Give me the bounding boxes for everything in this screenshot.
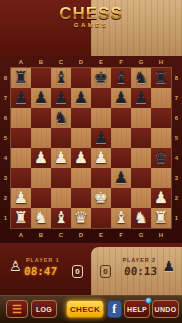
black-knight-piece[interactable]: ♞ <box>51 108 71 128</box>
square-d6[interactable] <box>71 108 91 128</box>
square-a2[interactable]: ♟ <box>11 188 31 208</box>
square-f5[interactable] <box>111 128 131 148</box>
square-c8[interactable]: ♝ <box>51 68 71 88</box>
square-a5[interactable] <box>11 128 31 148</box>
black-pawn-piece[interactable]: ♟ <box>131 88 151 108</box>
square-a8[interactable]: ♜ <box>11 68 31 88</box>
rank-labels-left: 87654321 <box>0 68 11 228</box>
square-f2[interactable] <box>111 188 131 208</box>
white-rook-piece[interactable]: ♜ <box>151 208 171 228</box>
bottom-toolbar: ☰ LOG CHECK f HELP UNDO <box>0 295 182 323</box>
players-panel: ♙ PLAYER 1 08:47 0 0 PLAYER 2 00:13 ♟ <box>0 243 182 295</box>
square-g8[interactable]: ♞ <box>131 68 151 88</box>
file-label-h: H <box>151 57 171 67</box>
rank-label-5: 5 <box>171 128 182 148</box>
rank-label-7: 7 <box>171 88 182 108</box>
square-b4[interactable]: ♟ <box>31 148 51 168</box>
white-pawn-piece[interactable]: ♟ <box>91 148 111 168</box>
undo-button[interactable]: UNDO <box>152 300 179 318</box>
square-e6[interactable] <box>91 108 111 128</box>
square-h5[interactable] <box>151 128 171 148</box>
menu-list-icon[interactable]: ☰ <box>6 300 28 318</box>
white-pawn-piece[interactable]: ♟ <box>151 188 171 208</box>
facebook-icon[interactable]: f <box>107 300 122 318</box>
file-label-f: F <box>111 57 131 67</box>
square-a6[interactable] <box>11 108 31 128</box>
app-logo: CHESS GAMES <box>0 4 182 28</box>
chess-board: ♜♝♚♝♞♜♟♟♟♟♟♟♞♟♟♟♟♟♛♟♟♚♟♜♞♝♛♝♞♜ <box>11 68 171 228</box>
player1-label: PLAYER 1 <box>26 257 60 263</box>
square-c5[interactable] <box>51 128 71 148</box>
app-header: CHESS GAMES <box>0 0 182 56</box>
file-label-d: D <box>71 57 91 67</box>
file-label-e: E <box>91 230 111 240</box>
black-rook-piece[interactable]: ♜ <box>151 68 171 88</box>
square-g4[interactable] <box>131 148 151 168</box>
black-bishop-piece[interactable]: ♝ <box>111 68 131 88</box>
rank-label-1: 1 <box>171 208 182 228</box>
log-button[interactable]: LOG <box>31 300 57 318</box>
square-a1[interactable]: ♜ <box>11 208 31 228</box>
rank-label-6: 6 <box>171 108 182 128</box>
black-knight-piece[interactable]: ♞ <box>131 68 151 88</box>
square-f3[interactable]: ♟ <box>111 168 131 188</box>
white-rook-piece[interactable]: ♜ <box>11 208 31 228</box>
square-b2[interactable] <box>31 188 51 208</box>
app-window: CHESS GAMES ABCDEFGH ABCDEFGH 87654321 8… <box>0 0 182 323</box>
square-e8[interactable]: ♚ <box>91 68 111 88</box>
rank-labels-right: 87654321 <box>171 68 182 228</box>
black-pawn-piece[interactable]: ♟ <box>51 88 71 108</box>
square-c2[interactable] <box>51 188 71 208</box>
white-king-piece[interactable]: ♚ <box>91 188 111 208</box>
square-c6[interactable]: ♞ <box>51 108 71 128</box>
square-g1[interactable]: ♞ <box>131 208 151 228</box>
player2-captured-counter: 0 <box>100 265 111 278</box>
square-b8[interactable] <box>31 68 51 88</box>
file-label-g: G <box>131 230 151 240</box>
square-h8[interactable]: ♜ <box>151 68 171 88</box>
square-b7[interactable]: ♟ <box>31 88 51 108</box>
square-a4[interactable] <box>11 148 31 168</box>
square-h1[interactable]: ♜ <box>151 208 171 228</box>
white-bishop-piece[interactable]: ♝ <box>111 208 131 228</box>
square-e3[interactable] <box>91 168 111 188</box>
square-h2[interactable]: ♟ <box>151 188 171 208</box>
rank-label-2: 2 <box>0 188 11 208</box>
square-e1[interactable] <box>91 208 111 228</box>
rank-label-7: 7 <box>0 88 11 108</box>
player2-clock: 00:13 <box>123 265 157 278</box>
white-knight-piece[interactable]: ♞ <box>31 208 51 228</box>
square-d2[interactable] <box>71 188 91 208</box>
square-h3[interactable] <box>151 168 171 188</box>
white-pawn-piece[interactable]: ♟ <box>71 148 91 168</box>
white-pawn-piece[interactable]: ♟ <box>31 148 51 168</box>
square-f1[interactable]: ♝ <box>111 208 131 228</box>
file-label-a: A <box>11 230 31 240</box>
rank-label-3: 3 <box>0 168 11 188</box>
square-f6[interactable] <box>111 108 131 128</box>
file-label-g: G <box>131 57 151 67</box>
square-c3[interactable] <box>51 168 71 188</box>
square-f7[interactable]: ♟ <box>111 88 131 108</box>
white-pawn-piece[interactable]: ♟ <box>51 148 71 168</box>
rank-label-4: 4 <box>0 148 11 168</box>
square-d3[interactable] <box>71 168 91 188</box>
square-a7[interactable]: ♟ <box>11 88 31 108</box>
square-a3[interactable] <box>11 168 31 188</box>
square-g7[interactable]: ♟ <box>131 88 151 108</box>
rank-label-8: 8 <box>171 68 182 88</box>
black-king-piece[interactable]: ♚ <box>91 68 111 88</box>
file-label-c: C <box>51 57 71 67</box>
white-pawn-icon: ♙ <box>9 259 22 273</box>
square-e2[interactable]: ♚ <box>91 188 111 208</box>
rank-label-6: 6 <box>0 108 11 128</box>
rank-label-4: 4 <box>171 148 182 168</box>
black-pawn-icon: ♟ <box>162 259 175 273</box>
square-e5[interactable]: ♟ <box>91 128 111 148</box>
square-b3[interactable] <box>31 168 51 188</box>
square-b5[interactable] <box>31 128 51 148</box>
file-label-b: B <box>31 57 51 67</box>
square-b1[interactable]: ♞ <box>31 208 51 228</box>
square-c4[interactable]: ♟ <box>51 148 71 168</box>
white-bishop-piece[interactable]: ♝ <box>51 208 71 228</box>
white-pawn-piece[interactable]: ♟ <box>11 188 31 208</box>
black-pawn-piece[interactable]: ♟ <box>91 128 111 148</box>
black-rook-piece[interactable]: ♜ <box>11 68 31 88</box>
file-label-f: F <box>111 230 131 240</box>
file-label-a: A <box>11 57 31 67</box>
player1-captured-counter: 0 <box>72 265 83 278</box>
black-pawn-piece[interactable]: ♟ <box>111 88 131 108</box>
file-labels-top: ABCDEFGH <box>11 57 171 67</box>
black-pawn-piece[interactable]: ♟ <box>11 88 31 108</box>
white-queen-piece[interactable]: ♛ <box>71 208 91 228</box>
square-d8[interactable] <box>71 68 91 88</box>
file-label-e: E <box>91 57 111 67</box>
file-label-c: C <box>51 230 71 240</box>
square-d5[interactable] <box>71 128 91 148</box>
square-g6[interactable] <box>131 108 151 128</box>
square-h7[interactable] <box>151 88 171 108</box>
square-c7[interactable]: ♟ <box>51 88 71 108</box>
square-e4[interactable]: ♟ <box>91 148 111 168</box>
rank-label-8: 8 <box>0 68 11 88</box>
square-f4[interactable] <box>111 148 131 168</box>
square-g2[interactable] <box>131 188 151 208</box>
player2-label: PLAYER 2 <box>122 257 156 263</box>
square-d4[interactable]: ♟ <box>71 148 91 168</box>
black-queen-piece[interactable]: ♛ <box>151 148 171 168</box>
rank-label-3: 3 <box>171 168 182 188</box>
square-h6[interactable] <box>151 108 171 128</box>
rank-label-1: 1 <box>0 208 11 228</box>
square-f8[interactable]: ♝ <box>111 68 131 88</box>
file-labels-bottom: ABCDEFGH <box>11 230 171 240</box>
black-pawn-piece[interactable]: ♟ <box>31 88 51 108</box>
square-h4[interactable]: ♛ <box>151 148 171 168</box>
square-d7[interactable]: ♟ <box>71 88 91 108</box>
black-pawn-piece[interactable]: ♟ <box>71 88 91 108</box>
file-label-h: H <box>151 230 171 240</box>
player1-clock: 08:47 <box>24 265 58 278</box>
file-label-b: B <box>31 230 51 240</box>
square-b6[interactable] <box>31 108 51 128</box>
square-e7[interactable] <box>91 88 111 108</box>
square-g5[interactable] <box>131 128 151 148</box>
black-bishop-piece[interactable]: ♝ <box>51 68 71 88</box>
logo-title: CHESS <box>0 4 182 24</box>
rank-label-2: 2 <box>171 188 182 208</box>
square-c1[interactable]: ♝ <box>51 208 71 228</box>
white-knight-piece[interactable]: ♞ <box>131 208 151 228</box>
square-g3[interactable] <box>131 168 151 188</box>
file-label-d: D <box>71 230 91 240</box>
check-indicator-button[interactable]: CHECK <box>66 300 104 318</box>
rank-label-5: 5 <box>0 128 11 148</box>
square-d1[interactable]: ♛ <box>71 208 91 228</box>
board-frame: ABCDEFGH ABCDEFGH 87654321 87654321 ♜♝♚♝… <box>0 56 182 243</box>
black-pawn-piece[interactable]: ♟ <box>111 168 131 188</box>
help-notification-badge <box>145 297 152 304</box>
